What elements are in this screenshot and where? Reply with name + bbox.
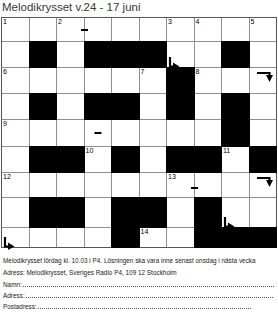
cell-r5c4[interactable]	[85, 120, 112, 146]
cell-r4c3[interactable]	[57, 94, 84, 119]
clue-number-6: 6	[3, 68, 7, 76]
cell-r3c2[interactable]	[30, 68, 57, 93]
cell-r8c3-black	[57, 198, 84, 227]
clue-number-9: 9	[3, 120, 7, 128]
clue-number-8: 8	[196, 68, 200, 76]
cell-r8c4[interactable]	[85, 198, 112, 227]
cell-r6c3-black	[57, 147, 84, 172]
cell-r3c4[interactable]	[85, 68, 112, 93]
cell-r1c1[interactable]: 1	[2, 18, 29, 41]
form-label-postadress: Postadress:	[3, 303, 37, 310]
adress-fill-in-line	[26, 291, 273, 298]
postadress-fill-in-line	[38, 302, 251, 309]
cell-r9c5-black	[112, 228, 139, 247]
hyphen-mark	[81, 29, 88, 31]
cell-r9c3[interactable]	[57, 228, 84, 247]
mailing-address-text: Adress: Melodikrysset, Sveriges Radio P4…	[3, 269, 177, 276]
clue-number-3: 3	[168, 18, 172, 26]
form-line-postadress: Postadress:	[3, 302, 251, 310]
cell-r5c3[interactable]	[57, 120, 84, 146]
cell-r9c10-black	[250, 228, 277, 247]
cell-r5c8[interactable]	[195, 120, 222, 146]
cell-r1c10[interactable]: 5	[250, 18, 277, 41]
cell-r4c10[interactable]	[250, 94, 277, 119]
cell-r7c10[interactable]	[250, 173, 277, 197]
cell-r5c6[interactable]	[140, 120, 167, 146]
cell-r3c7-black	[167, 68, 194, 93]
cell-r5c2[interactable]	[30, 120, 57, 146]
cell-r2c5-black	[112, 42, 139, 67]
clue-number-11: 11	[223, 147, 230, 155]
cell-r6c6[interactable]	[140, 147, 167, 172]
cell-r1c6[interactable]	[140, 18, 167, 41]
cell-r3c1[interactable]: 6	[2, 68, 29, 93]
form-label-adress: Adress:	[3, 292, 25, 299]
cell-r8c1[interactable]	[2, 198, 29, 227]
cell-r2c7[interactable]	[167, 42, 194, 67]
cell-r2c8[interactable]	[195, 42, 222, 67]
cell-r8c2-black	[30, 198, 57, 227]
hyphen-mark	[191, 187, 198, 189]
cell-r3c8[interactable]: 8	[195, 68, 222, 93]
cell-r4c2-black	[30, 94, 57, 119]
cell-r2c9-black	[222, 42, 249, 67]
cell-r7c4[interactable]	[85, 173, 112, 197]
page-title: Melodikrysset v.24 - 17 juni	[2, 1, 140, 13]
cell-r9c8-black	[195, 228, 222, 247]
cell-r9c2[interactable]	[30, 228, 57, 247]
clue-number-10: 10	[86, 147, 94, 155]
down-right-arrow-icon	[3, 237, 15, 250]
cell-r1c7[interactable]: 3	[167, 18, 194, 41]
cell-r5c5[interactable]	[112, 120, 139, 146]
cell-r1c4[interactable]	[85, 18, 112, 41]
cell-r5c10[interactable]	[250, 120, 277, 146]
cell-r3c9[interactable]	[222, 68, 249, 93]
right-down-arrow-icon	[257, 176, 274, 188]
form-line-namn: Namn:	[3, 280, 274, 288]
cell-r8c7[interactable]	[167, 198, 194, 227]
crossword-grid: 1234567891011121314	[1, 17, 277, 248]
right-down-arrow-icon	[257, 71, 274, 83]
cell-r6c2-black	[30, 147, 57, 172]
cell-r2c3[interactable]	[57, 42, 84, 67]
cell-r2c6-black	[140, 42, 167, 67]
cell-r6c5-black	[112, 147, 139, 172]
cell-r6c1[interactable]	[2, 147, 29, 172]
cell-r2c10[interactable]	[250, 42, 277, 67]
cell-r3c6[interactable]: 7	[140, 68, 167, 93]
cell-r2c1[interactable]	[2, 42, 29, 67]
cell-r7c3[interactable]	[57, 173, 84, 197]
clue-number-5: 5	[251, 18, 255, 26]
cell-r4c7-black	[167, 94, 194, 119]
cell-r2c2-black	[30, 42, 57, 67]
cell-r7c6[interactable]	[140, 173, 167, 197]
cell-r7c8[interactable]	[195, 173, 222, 197]
cell-r4c5-black	[112, 94, 139, 119]
cell-r1c2[interactable]	[30, 18, 57, 41]
clue-number-4: 4	[196, 18, 200, 26]
cell-r6c9[interactable]: 11	[222, 147, 249, 172]
cell-r9c7[interactable]	[167, 228, 194, 247]
cell-r4c1[interactable]	[2, 94, 29, 119]
hyphen-mark	[94, 132, 101, 134]
down-right-arrow-icon	[168, 57, 180, 70]
cell-r4c4-black	[85, 94, 112, 119]
clue-number-2: 2	[58, 18, 62, 26]
broadcast-info-text: Melodikrysset lördag kl. 10.03 i P4. Lös…	[3, 257, 256, 264]
cell-r5c7[interactable]	[167, 120, 194, 146]
cell-r4c9-black	[222, 94, 249, 119]
clue-number-1: 1	[3, 18, 7, 26]
cell-r9c6[interactable]: 14	[140, 228, 167, 247]
cell-r6c8-black	[195, 147, 222, 172]
clue-number-13: 13	[168, 173, 176, 181]
clue-number-7: 7	[141, 68, 145, 76]
cell-r8c10[interactable]	[250, 198, 277, 227]
cell-r8c9[interactable]	[222, 198, 249, 227]
cell-r4c6[interactable]	[140, 94, 167, 119]
cell-r9c4[interactable]	[85, 228, 112, 247]
cell-r8c5-black	[112, 198, 139, 227]
cell-r8c8-black	[195, 198, 222, 227]
cell-r3c3[interactable]	[57, 68, 84, 93]
cell-r7c9[interactable]	[222, 173, 249, 197]
cell-r6c10-black	[250, 147, 277, 172]
form-label-namn: Namn:	[3, 281, 22, 288]
cell-r7c5[interactable]	[112, 173, 139, 197]
down-right-arrow-icon	[223, 217, 235, 230]
cell-r4c8[interactable]	[195, 94, 222, 119]
namn-fill-in-line	[23, 280, 274, 287]
cell-r1c5[interactable]	[112, 18, 139, 41]
cell-r2c4-black	[85, 42, 112, 67]
clue-number-14: 14	[141, 228, 149, 236]
form-line-adress: Adress:	[3, 291, 273, 299]
cell-r3c10[interactable]	[250, 68, 277, 93]
clue-number-12: 12	[3, 173, 11, 181]
cell-r6c4[interactable]: 10	[85, 147, 112, 172]
cell-r9c1[interactable]	[2, 228, 29, 247]
cell-r1c8[interactable]: 4	[195, 18, 222, 41]
cell-r6c7-black	[167, 147, 194, 172]
cell-r7c2[interactable]	[30, 173, 57, 197]
cell-r1c3[interactable]: 2	[57, 18, 84, 41]
cell-r7c1[interactable]: 12	[2, 173, 29, 197]
cell-r8c6-black	[140, 198, 167, 227]
cell-r5c1[interactable]: 9	[2, 120, 29, 146]
cell-r1c9[interactable]	[222, 18, 249, 41]
cell-r9c9-black	[222, 228, 249, 247]
cell-r3c5[interactable]	[112, 68, 139, 93]
cell-r7c7[interactable]: 13	[167, 173, 194, 197]
cell-r5c9-black	[222, 120, 249, 146]
